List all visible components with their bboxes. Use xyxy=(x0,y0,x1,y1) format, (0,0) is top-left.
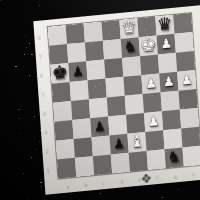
piece-black-queen-g8: ♛ xyxy=(157,15,173,33)
maker-emblem-icon: ❖ xyxy=(140,170,153,186)
square-e8: ♛ xyxy=(119,18,138,39)
square-d5 xyxy=(105,77,124,98)
square-h1 xyxy=(182,146,200,167)
chess-board: 87654321 abcdefgh ·· ··· ·· ··· ❖ ♛♛♞♚♟♚… xyxy=(33,5,200,195)
square-a1 xyxy=(57,158,76,179)
square-h7 xyxy=(174,32,193,53)
piece-black-pawn-c3: ♟ xyxy=(93,119,106,133)
square-h2 xyxy=(181,127,200,148)
square-f1 xyxy=(147,149,166,170)
piece-white-bishop-e2: ♝ xyxy=(129,132,144,149)
square-d4 xyxy=(107,96,126,117)
piece-black-knight-e7: ♞ xyxy=(123,38,137,54)
piece-white-queen-e8: ♛ xyxy=(121,18,137,36)
square-e6 xyxy=(122,56,141,77)
square-b7 xyxy=(67,42,86,63)
square-c5 xyxy=(88,79,107,100)
square-d2: ♟ xyxy=(109,134,128,155)
square-c2 xyxy=(92,135,111,156)
piece-black-pawn-d2: ♟ xyxy=(113,136,126,150)
piece-white-pawn-h5: ♟ xyxy=(180,72,193,86)
square-g6 xyxy=(158,53,177,74)
photo-frame: 87654321 abcdefgh ·· ··· ·· ··· ❖ ♛♛♞♚♟♚… xyxy=(0,0,200,200)
square-e1 xyxy=(129,151,148,172)
square-a3 xyxy=(54,120,73,141)
rank-label-1: 1 xyxy=(46,160,50,179)
edge-print-text: ·· ··· ·· ··· xyxy=(197,43,200,73)
square-b3 xyxy=(72,118,91,139)
square-h4 xyxy=(178,89,197,110)
square-e3 xyxy=(126,113,145,134)
piece-white-pawn-g7: ♟ xyxy=(160,36,173,50)
rank-label-6: 6 xyxy=(39,66,43,85)
square-g3 xyxy=(162,110,181,131)
square-f6 xyxy=(140,54,159,75)
file-label-a: a xyxy=(59,183,77,191)
square-a8 xyxy=(48,25,67,46)
rank-label-2: 2 xyxy=(45,141,49,160)
file-label-b: b xyxy=(77,181,95,189)
square-c1 xyxy=(93,154,112,175)
rank-label-3: 3 xyxy=(43,122,47,141)
square-a7 xyxy=(49,44,68,65)
square-e4 xyxy=(125,94,144,115)
square-b5 xyxy=(70,80,89,101)
piece-white-pawn-f3: ♟ xyxy=(147,114,160,128)
square-c3: ♟ xyxy=(90,117,109,138)
piece-black-king-a6: ♚ xyxy=(51,62,68,82)
square-b6: ♟ xyxy=(68,61,87,82)
square-d7 xyxy=(103,39,122,60)
square-a4 xyxy=(53,101,72,122)
rank-label-8: 8 xyxy=(37,28,41,47)
square-g8: ♛ xyxy=(155,15,174,36)
square-d6 xyxy=(104,58,123,79)
file-label-d: d xyxy=(113,178,131,186)
square-c4 xyxy=(89,98,108,119)
square-g2 xyxy=(163,129,182,150)
file-label-h: h xyxy=(184,171,200,179)
piece-white-king-f7: ♚ xyxy=(140,35,157,55)
square-f2 xyxy=(145,130,164,151)
square-a5 xyxy=(52,82,71,103)
square-b8 xyxy=(66,23,85,44)
file-label-c: c xyxy=(95,179,113,187)
square-a2 xyxy=(56,139,75,160)
rank-label-5: 5 xyxy=(41,85,45,104)
piece-white-pawn-f5: ♟ xyxy=(145,76,158,90)
square-b4 xyxy=(71,99,90,120)
square-f3: ♟ xyxy=(144,111,163,132)
square-g1: ♞ xyxy=(165,148,184,169)
square-b2 xyxy=(74,137,93,158)
square-e2: ♝ xyxy=(127,132,146,153)
square-h3 xyxy=(180,108,199,129)
square-g5: ♟ xyxy=(159,72,178,93)
square-f4 xyxy=(143,92,162,113)
square-d3 xyxy=(108,115,127,136)
square-d8 xyxy=(101,20,120,41)
square-h5: ♟ xyxy=(177,70,196,91)
piece-white-pawn-g5: ♟ xyxy=(163,74,176,88)
square-a6: ♚ xyxy=(50,63,69,84)
square-c7 xyxy=(85,41,104,62)
square-h8 xyxy=(173,13,192,34)
board-grid: ♛♛♞♚♟♚♟♟♟♟♟♟♟♝♞ xyxy=(48,13,200,178)
square-f5: ♟ xyxy=(141,73,160,94)
square-e7: ♞ xyxy=(121,37,140,58)
square-c6 xyxy=(86,60,105,81)
square-g4 xyxy=(161,91,180,112)
square-e5 xyxy=(123,75,142,96)
rank-label-7: 7 xyxy=(38,47,42,66)
square-h6 xyxy=(176,51,195,72)
square-b1 xyxy=(75,156,94,177)
square-f7: ♚ xyxy=(139,35,158,56)
file-label-g: g xyxy=(166,172,184,180)
square-d1 xyxy=(111,153,130,174)
square-g7: ♟ xyxy=(157,34,176,55)
piece-black-knight-g1: ♞ xyxy=(167,149,181,165)
rank-label-4: 4 xyxy=(42,103,46,122)
square-f8 xyxy=(137,17,156,38)
square-c8 xyxy=(84,22,103,43)
piece-black-pawn-b6: ♟ xyxy=(72,64,85,78)
